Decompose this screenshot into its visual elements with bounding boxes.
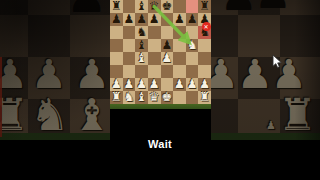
white-piece-c1[interactable]: ♝: [136, 91, 147, 104]
miss-badge-icon: ✕: [202, 22, 211, 31]
square-h1[interactable]: ♜: [198, 91, 211, 104]
square-e7[interactable]: [161, 13, 174, 26]
white-piece-g2[interactable]: ♟: [187, 78, 198, 91]
white-piece-d1[interactable]: ♛: [149, 91, 160, 104]
square-g7[interactable]: ♟: [186, 13, 199, 26]
left-edge-accent: [0, 57, 2, 137]
black-piece-b7[interactable]: ♟: [124, 13, 135, 26]
white-piece-f2[interactable]: ♟: [174, 78, 185, 91]
white-piece-e4[interactable]: ♟: [161, 52, 172, 65]
square-f4[interactable]: [173, 52, 186, 65]
video-frame: ♟♟♟♟♟♟♜♞♝♟♟♟♜♟ ♜♝♛♚♜♟♟♟♟♟♟♟♞♞♝♟♞♝♟♟♟♟♟♟♟…: [0, 0, 320, 180]
white-piece-c4[interactable]: ♝: [136, 52, 147, 65]
white-piece-b1[interactable]: ♞: [124, 91, 135, 104]
square-g1[interactable]: [186, 91, 199, 104]
square-b1[interactable]: ♞: [123, 91, 136, 104]
square-a7[interactable]: ♟: [110, 13, 123, 26]
square-f6[interactable]: [173, 26, 186, 39]
black-piece-e8[interactable]: ♚: [161, 0, 172, 13]
square-f1[interactable]: [173, 91, 186, 104]
caption-text: Wait: [0, 138, 320, 150]
square-h5[interactable]: [198, 39, 211, 52]
square-e8[interactable]: ♚: [161, 0, 174, 13]
white-piece-e1[interactable]: ♚: [161, 91, 172, 104]
square-g2[interactable]: ♟: [186, 78, 199, 91]
square-d6[interactable]: [148, 26, 161, 39]
square-b6[interactable]: [123, 26, 136, 39]
square-d1[interactable]: ♛: [148, 91, 161, 104]
black-piece-a7[interactable]: ♟: [111, 13, 122, 26]
white-piece-g5[interactable]: ♞: [187, 39, 198, 52]
board-bottom-strip: [110, 104, 211, 109]
square-b5[interactable]: [123, 39, 136, 52]
square-h4[interactable]: [198, 52, 211, 65]
square-a5[interactable]: [110, 39, 123, 52]
white-piece-a1[interactable]: ♜: [111, 91, 122, 104]
square-f5[interactable]: [173, 39, 186, 52]
square-a1[interactable]: ♜: [110, 91, 123, 104]
black-piece-d7[interactable]: ♟: [149, 13, 160, 26]
black-piece-f7[interactable]: ♟: [174, 13, 185, 26]
chess-board[interactable]: ♜♝♛♚♜♟♟♟♟♟♟♟♞♞♝♟♞♝♟♟♟♟♟♟♟♟♜♞♝♛♚♜: [110, 0, 211, 104]
square-a6[interactable]: [110, 26, 123, 39]
square-d5[interactable]: [148, 39, 161, 52]
square-c4[interactable]: ♝: [135, 52, 148, 65]
square-e1[interactable]: ♚: [161, 91, 174, 104]
square-g4[interactable]: [186, 52, 199, 65]
square-d7[interactable]: ♟: [148, 13, 161, 26]
square-c1[interactable]: ♝: [135, 91, 148, 104]
white-piece-h1[interactable]: ♜: [199, 91, 210, 104]
square-b4[interactable]: [123, 52, 136, 65]
square-b7[interactable]: ♟: [123, 13, 136, 26]
square-e3[interactable]: [161, 65, 174, 78]
mouse-cursor-icon: [272, 54, 284, 74]
black-piece-g7[interactable]: ♟: [187, 13, 198, 26]
square-f2[interactable]: ♟: [173, 78, 186, 91]
square-a4[interactable]: [110, 52, 123, 65]
square-e4[interactable]: ♟: [161, 52, 174, 65]
square-g5[interactable]: ♞: [186, 39, 199, 52]
square-f7[interactable]: ♟: [173, 13, 186, 26]
square-d4[interactable]: [148, 52, 161, 65]
